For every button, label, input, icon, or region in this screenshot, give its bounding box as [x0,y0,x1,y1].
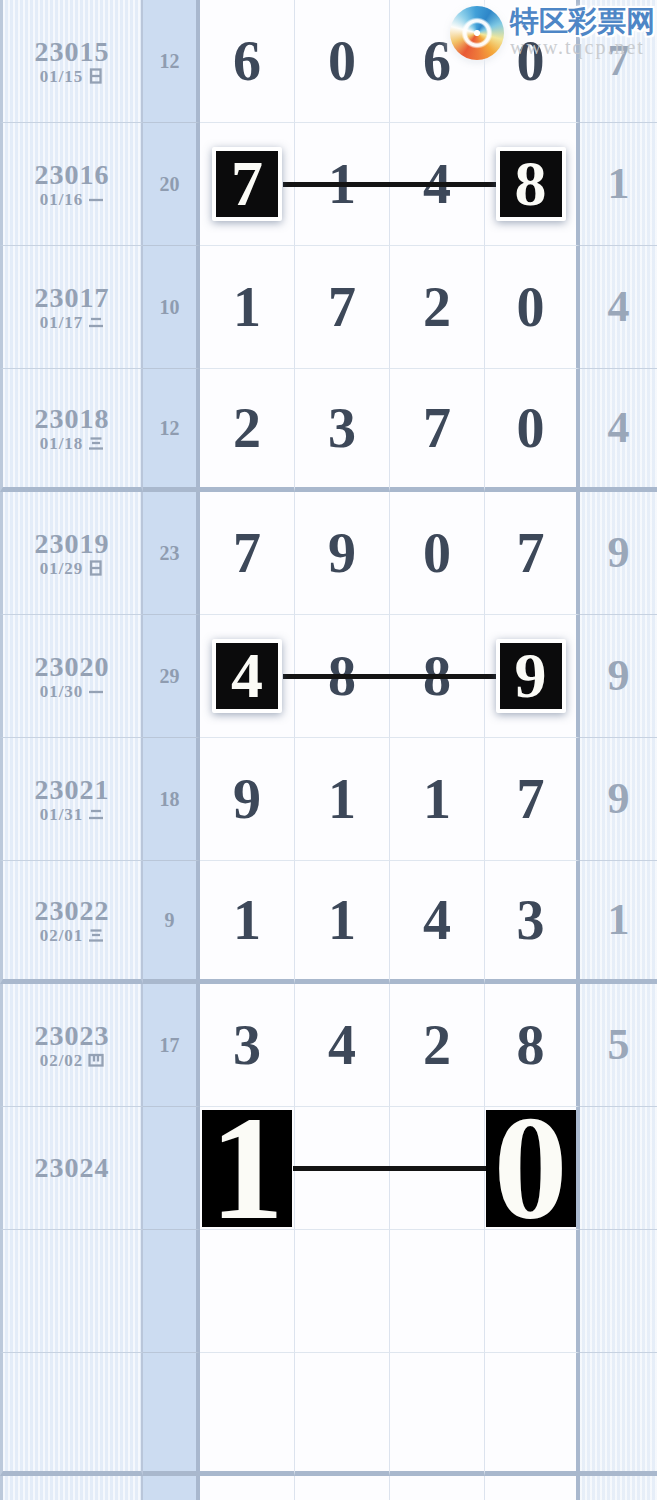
digit-cell: 0 [485,1107,580,1230]
right-digit-cell [580,1353,657,1476]
sum-cell [143,1230,200,1353]
digit-cell: 4 [295,984,390,1107]
digit-cell: 3 [200,984,295,1107]
digit-cell: 3 [295,369,390,492]
issue-cell: 2301701/17 [0,246,143,369]
weekday-icon [88,435,104,452]
digit-cell: 6 [200,0,295,123]
chart-row: 2301601/162071481 [0,123,657,246]
digit-cell [295,1476,390,1500]
issue-date: 02/01 [40,927,105,944]
chart-row: 2302202/01911431 [0,861,657,984]
issue-cell [0,1230,143,1353]
chart-row [0,1476,657,1500]
right-digit-cell: 7 [580,0,657,123]
sum-cell [143,1107,200,1230]
issue-cell: 2302302/02 [0,984,143,1107]
connector-line [283,674,498,679]
issue-number: 23018 [35,405,110,433]
digit-cell: 4 [390,861,485,984]
issue-number: 23015 [35,38,110,66]
weekday-icon [88,560,104,577]
right-digit-cell: 4 [580,246,657,369]
digit-cell [200,1476,295,1500]
digit-cell [200,1230,295,1353]
digit-cell: 4 [200,615,295,738]
right-digit-cell [580,1107,657,1230]
issue-date-text: 01/29 [40,560,84,577]
issue-date-text: 02/02 [40,1052,84,1069]
digit-cell: 7 [200,123,295,246]
connector-line [283,182,498,187]
sum-cell: 10 [143,246,200,369]
issue-number: 23020 [35,653,110,681]
digit-cell [485,1353,580,1476]
issue-number: 23023 [35,1022,110,1050]
chart-row: 2302410 [0,1107,657,1230]
issue-cell: 2301801/18 [0,369,143,492]
issue-date-text: 01/31 [40,806,84,823]
right-digit-cell: 1 [580,123,657,246]
digit-cell: 0 [485,0,580,123]
digit-cell [200,1353,295,1476]
digit-cell: 2 [390,984,485,1107]
digit-cell: 7 [390,369,485,492]
weekday-icon [88,68,104,85]
trend-chart-rows: 2301501/1512606072301601/162071481230170… [0,0,657,1500]
chart-row: 2301801/181223704 [0,369,657,492]
digit-cell: 1 [295,861,390,984]
issue-date: 01/15 [40,68,105,85]
issue-number: 23024 [35,1154,110,1182]
highlight-box: 9 [496,639,566,713]
issue-date-text: 01/17 [40,314,84,331]
weekday-icon [88,1052,104,1069]
chart-row: 2302001/302948899 [0,615,657,738]
digit-cell: 0 [485,369,580,492]
highlight-box: 0 [486,1110,576,1227]
digit-cell: 1 [295,738,390,861]
chart-row: 2301701/171017204 [0,246,657,369]
sum-cell: 18 [143,738,200,861]
issue-cell: 2302202/01 [0,861,143,984]
sum-cell: 20 [143,123,200,246]
issue-date-text: 02/01 [40,927,84,944]
issue-cell [0,1353,143,1476]
digit-cell [390,1476,485,1500]
digit-cell: 7 [485,738,580,861]
issue-date-text: 01/30 [40,683,84,700]
digit-cell: 8 [485,123,580,246]
trend-chart-board: 2301501/1512606072301601/162071481230170… [0,0,657,1500]
chart-row: 2301501/151260607 [0,0,657,123]
issue-number: 23017 [35,284,110,312]
issue-number: 23016 [35,161,110,189]
issue-cell [0,1476,143,1500]
issue-date-text: 01/16 [40,191,84,208]
right-digit-cell: 1 [580,861,657,984]
digit-cell: 7 [200,492,295,615]
chart-row: 2301901/292379079 [0,492,657,615]
issue-date: 01/18 [40,435,105,452]
weekday-icon [88,927,104,944]
digit-cell: 2 [390,246,485,369]
digit-cell: 8 [485,984,580,1107]
issue-date: 01/17 [40,314,105,331]
sum-cell: 29 [143,615,200,738]
sum-cell: 9 [143,861,200,984]
chart-row: 2302101/311891179 [0,738,657,861]
digit-cell: 2 [200,369,295,492]
right-digit-cell: 9 [580,615,657,738]
issue-date: 01/29 [40,560,105,577]
weekday-icon [88,314,104,331]
issue-date: 01/16 [40,191,105,208]
issue-cell: 2302001/30 [0,615,143,738]
right-digit-cell: 4 [580,369,657,492]
weekday-icon [88,806,104,823]
digit-cell [485,1230,580,1353]
issue-number: 23021 [35,776,110,804]
highlight-box: 8 [496,147,566,221]
right-digit-cell [580,1476,657,1500]
issue-number: 23019 [35,530,110,558]
digit-cell: 7 [485,492,580,615]
sum-cell: 12 [143,0,200,123]
issue-cell: 2301501/15 [0,0,143,123]
right-digit-cell: 5 [580,984,657,1107]
right-digit-cell: 9 [580,492,657,615]
issue-date: 01/31 [40,806,105,823]
sum-cell: 23 [143,492,200,615]
chart-row: 2302302/021734285 [0,984,657,1107]
digit-cell: 1 [200,861,295,984]
issue-date-text: 01/15 [40,68,84,85]
digit-cell [390,1230,485,1353]
sum-cell: 12 [143,369,200,492]
digit-cell: 1 [200,1107,295,1230]
chart-row [0,1353,657,1476]
digit-cell: 6 [390,0,485,123]
digit-cell: 9 [295,492,390,615]
right-digit-cell: 9 [580,738,657,861]
highlight-box: 1 [202,1110,292,1227]
weekday-icon [88,683,104,700]
digit-cell: 9 [200,738,295,861]
digit-cell: 1 [200,246,295,369]
digit-cell: 7 [295,246,390,369]
issue-number: 23022 [35,897,110,925]
issue-cell: 2302101/31 [0,738,143,861]
digit-cell: 3 [485,861,580,984]
digit-cell: 0 [390,492,485,615]
digit-cell [390,1353,485,1476]
digit-cell [485,1476,580,1500]
issue-cell: 23024 [0,1107,143,1230]
weekday-icon [88,191,104,208]
digit-cell: 0 [485,246,580,369]
highlight-box: 4 [212,639,282,713]
issue-date: 02/02 [40,1052,105,1069]
digit-cell [295,1230,390,1353]
digit-cell: 1 [390,738,485,861]
issue-cell: 2301901/29 [0,492,143,615]
right-digit-cell [580,1230,657,1353]
chart-row [0,1230,657,1353]
sum-cell: 17 [143,984,200,1107]
issue-date-text: 01/18 [40,435,84,452]
issue-cell: 2301601/16 [0,123,143,246]
digit-cell: 9 [485,615,580,738]
sum-cell [143,1353,200,1476]
connector-line [293,1166,488,1171]
highlight-box: 7 [212,147,282,221]
digit-cell [295,1353,390,1476]
digit-cell: 0 [295,0,390,123]
sum-cell [143,1476,200,1500]
issue-date: 01/30 [40,683,105,700]
